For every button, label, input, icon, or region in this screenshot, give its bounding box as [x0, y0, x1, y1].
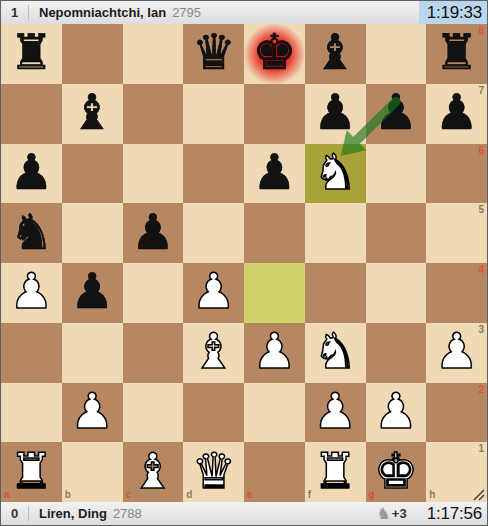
square-c2[interactable] — [123, 383, 184, 443]
rank-label-2: 2 — [478, 385, 484, 395]
black-pawn[interactable]: ♟ — [252, 148, 296, 197]
square-e8[interactable]: ♚ — [244, 24, 305, 84]
top-player-name: Nepomniachtchi, Ian — [39, 5, 166, 20]
square-g7[interactable]: ♟ — [366, 84, 427, 144]
square-h8[interactable]: 8♜ — [426, 24, 487, 84]
square-f4[interactable] — [305, 263, 366, 323]
white-bishop[interactable]: ♝ — [131, 447, 175, 496]
black-rook[interactable]: ♜ — [9, 28, 53, 77]
square-f2[interactable]: ♟ — [305, 383, 366, 443]
white-knight[interactable]: ♞ — [313, 148, 357, 197]
square-h4[interactable]: 4 — [426, 263, 487, 323]
rank-label-4: 4 — [478, 265, 484, 275]
square-a4[interactable]: ♟ — [1, 263, 62, 323]
engine-evaluation: ♞ +3 — [377, 506, 407, 522]
bottom-player-rating: 2788 — [113, 506, 142, 521]
rank-label-8: 8 — [478, 26, 484, 36]
square-g4[interactable] — [366, 263, 427, 323]
black-bishop[interactable]: ♝ — [70, 88, 114, 137]
square-a3[interactable] — [1, 323, 62, 383]
square-a6[interactable]: ♟ — [1, 144, 62, 204]
rank-label-6: 6 — [478, 146, 484, 156]
square-f6[interactable]: ♞ — [305, 144, 366, 204]
white-rook[interactable]: ♜ — [9, 447, 53, 496]
square-c6[interactable] — [123, 144, 184, 204]
evaluation-badge: +3 — [392, 506, 407, 521]
square-c1[interactable]: c♝ — [123, 442, 184, 502]
top-player-clock: 1:19:33 — [419, 1, 487, 24]
square-e6[interactable]: ♟ — [244, 144, 305, 204]
file-label-h: h — [429, 490, 435, 500]
square-b7[interactable]: ♝ — [62, 84, 123, 144]
square-a5[interactable]: ♞ — [1, 203, 62, 263]
square-d2[interactable] — [183, 383, 244, 443]
square-c8[interactable] — [123, 24, 184, 84]
square-c3[interactable] — [123, 323, 184, 383]
square-h7[interactable]: 7♟ — [426, 84, 487, 144]
white-pawn[interactable]: ♟ — [70, 387, 114, 436]
square-b4[interactable]: ♟ — [62, 263, 123, 323]
top-player-bar: 1 Nepomniachtchi, Ian 2795 1:19:33 — [1, 1, 487, 24]
square-d3[interactable]: ♝ — [183, 323, 244, 383]
square-g3[interactable] — [366, 323, 427, 383]
black-pawn[interactable]: ♟ — [9, 148, 53, 197]
white-pawn[interactable]: ♟ — [9, 267, 53, 316]
square-g1[interactable]: g♚ — [366, 442, 427, 502]
square-b2[interactable]: ♟ — [62, 383, 123, 443]
top-player-score: 1 — [1, 5, 28, 20]
white-pawn[interactable]: ♟ — [313, 387, 357, 436]
black-queen[interactable]: ♛ — [192, 28, 236, 77]
knight-icon: ♞ — [377, 506, 391, 522]
rank-label-3: 3 — [478, 325, 484, 335]
black-knight[interactable]: ♞ — [9, 208, 53, 257]
white-king[interactable]: ♚ — [374, 447, 418, 496]
black-bishop[interactable]: ♝ — [313, 28, 357, 77]
square-g8[interactable] — [366, 24, 427, 84]
resize-grip-icon[interactable] — [471, 487, 485, 501]
square-c7[interactable] — [123, 84, 184, 144]
score-divider — [28, 5, 29, 20]
rank-label-5: 5 — [478, 205, 484, 215]
square-h3[interactable]: 3♟ — [426, 323, 487, 383]
square-d6[interactable] — [183, 144, 244, 204]
square-b3[interactable] — [62, 323, 123, 383]
bottom-player-name: Liren, Ding — [39, 506, 107, 521]
square-e3[interactable]: ♟ — [244, 323, 305, 383]
rank-label-7: 7 — [478, 86, 484, 96]
square-e5[interactable] — [244, 203, 305, 263]
square-g6[interactable] — [366, 144, 427, 204]
black-pawn[interactable]: ♟ — [435, 88, 479, 137]
white-pawn[interactable]: ♟ — [192, 267, 236, 316]
bottom-player-bar: 0 Liren, Ding 2788 ♞ +3 1:17:56 — [1, 502, 487, 525]
white-bishop[interactable]: ♝ — [192, 327, 236, 376]
rank-label-1: 1 — [478, 444, 484, 454]
score-divider — [28, 506, 29, 521]
black-pawn[interactable]: ♟ — [70, 267, 114, 316]
square-h5[interactable]: 5 — [426, 203, 487, 263]
black-rook[interactable]: ♜ — [435, 28, 479, 77]
square-d1[interactable]: d♛ — [183, 442, 244, 502]
square-g5[interactable] — [366, 203, 427, 263]
square-e1[interactable]: e — [244, 442, 305, 502]
square-d7[interactable] — [183, 84, 244, 144]
square-e7[interactable] — [244, 84, 305, 144]
file-label-b: b — [65, 490, 71, 500]
square-e4[interactable] — [244, 263, 305, 323]
white-pawn[interactable]: ♟ — [435, 327, 479, 376]
white-pawn[interactable]: ♟ — [252, 327, 296, 376]
square-a1[interactable]: a♜ — [1, 442, 62, 502]
square-e2[interactable] — [244, 383, 305, 443]
square-h2[interactable]: 2 — [426, 383, 487, 443]
white-knight[interactable]: ♞ — [313, 327, 357, 376]
black-king[interactable]: ♚ — [252, 28, 296, 77]
black-pawn[interactable]: ♟ — [131, 208, 175, 257]
board-grid: ♜♛♚♝8♜♝♟♟7♟♟♟♞6♞♟5♟♟♟4♝♟♞3♟♟♟♟2a♜bc♝d♛ef… — [1, 24, 487, 502]
square-a2[interactable] — [1, 383, 62, 443]
bottom-player-clock: 1:17:56 — [419, 502, 487, 525]
white-pawn[interactable]: ♟ — [374, 387, 418, 436]
square-f1[interactable]: f♜ — [305, 442, 366, 502]
square-f8[interactable]: ♝ — [305, 24, 366, 84]
square-f5[interactable] — [305, 203, 366, 263]
square-a8[interactable]: ♜ — [1, 24, 62, 84]
square-b5[interactable] — [62, 203, 123, 263]
square-a7[interactable] — [1, 84, 62, 144]
square-b6[interactable] — [62, 144, 123, 204]
black-pawn[interactable]: ♟ — [374, 88, 418, 137]
white-queen[interactable]: ♛ — [192, 447, 236, 496]
bottom-player-score: 0 — [1, 506, 28, 521]
square-c4[interactable] — [123, 263, 184, 323]
square-f3[interactable]: ♞ — [305, 323, 366, 383]
white-rook[interactable]: ♜ — [313, 447, 357, 496]
square-h6[interactable]: 6 — [426, 144, 487, 204]
square-c5[interactable]: ♟ — [123, 203, 184, 263]
chess-app-window: 1 Nepomniachtchi, Ian 2795 1:19:33 ♜♛♚♝8… — [0, 0, 488, 526]
square-d8[interactable]: ♛ — [183, 24, 244, 84]
file-label-f: f — [308, 490, 311, 500]
square-d4[interactable]: ♟ — [183, 263, 244, 323]
square-f7[interactable]: ♟ — [305, 84, 366, 144]
square-b1[interactable]: b — [62, 442, 123, 502]
chess-board: ♜♛♚♝8♜♝♟♟7♟♟♟♞6♞♟5♟♟♟4♝♟♞3♟♟♟♟2a♜bc♝d♛ef… — [1, 24, 487, 502]
square-d5[interactable] — [183, 203, 244, 263]
black-pawn[interactable]: ♟ — [313, 88, 357, 137]
file-label-e: e — [247, 490, 253, 500]
square-b8[interactable] — [62, 24, 123, 84]
top-player-rating: 2795 — [172, 5, 201, 20]
square-g2[interactable]: ♟ — [366, 383, 427, 443]
